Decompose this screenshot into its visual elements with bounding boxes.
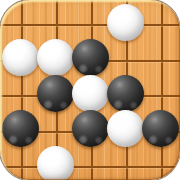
stone-black-c2: ● [72, 39, 109, 76]
stone-black-d3: ● [107, 75, 144, 112]
grid-line-horizontal-5 [0, 166, 180, 168]
stone-black-e4: ● [142, 110, 179, 147]
grid-line-vertical-5 [161, 0, 163, 180]
screenshot-canvas: ○○○●●○●●●○●○ [0, 0, 180, 180]
stone-black-b3: ● [37, 75, 74, 112]
stone-white-d1: ○ [107, 4, 144, 41]
stone-white-b5: ○ [37, 146, 74, 181]
stone-black-c4: ● [72, 110, 109, 147]
grid-line-vertical-1 [21, 0, 23, 180]
grid-line-horizontal-1 [0, 24, 180, 26]
stone-white-d4: ○ [107, 110, 144, 147]
stone-white-b2: ○ [37, 39, 74, 76]
stone-black-a4: ● [2, 110, 39, 147]
stone-white-a2: ○ [2, 39, 39, 76]
go-app-icon: ○○○●●○●●●○●○ [0, 0, 180, 180]
stone-white-c3: ○ [72, 75, 109, 112]
